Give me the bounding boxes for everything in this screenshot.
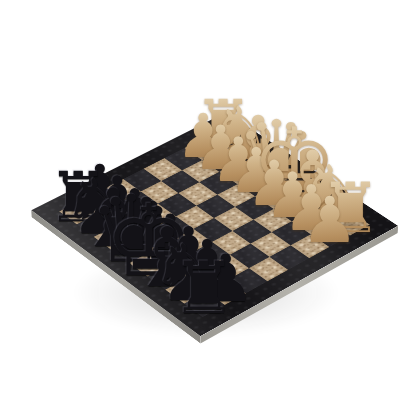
piece-white-p-h2[interactable]: ♟ xyxy=(298,189,362,253)
pieces-layer: ♜♞♝♛♚♝♞♜♟♟♟♟♟♟♟♟♜♞♝♛♚♝♞♜♟♟♟♟♟♟♟♟ xyxy=(0,0,416,416)
piece-black-r-h8[interactable]: ♜ xyxy=(168,252,240,324)
photo-canvas: ♜♞♝♛♚♝♞♜♟♟♟♟♟♟♟♟♜♞♝♛♚♝♞♜♟♟♟♟♟♟♟♟ xyxy=(0,0,416,416)
